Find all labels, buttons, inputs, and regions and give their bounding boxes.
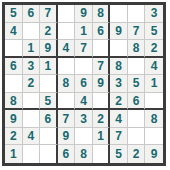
- sudoku-cell-r1c2[interactable]: 6: [23, 5, 41, 23]
- sudoku-cell-r1c1[interactable]: 5: [5, 5, 23, 23]
- sudoku-cell-r2c6[interactable]: 6: [93, 23, 111, 41]
- sudoku-cell-r4c1[interactable]: 6: [5, 58, 23, 76]
- sudoku-cell-r3c2[interactable]: 1: [23, 40, 41, 58]
- sudoku-cell-r7c5[interactable]: 3: [75, 110, 93, 128]
- sudoku-cell-r1c4[interactable]: [58, 5, 76, 23]
- sudoku-cell-r4c3[interactable]: 1: [40, 58, 58, 76]
- sudoku-page: 5679834216975194782631784286935185426967…: [0, 0, 170, 170]
- sudoku-cell-r3c7[interactable]: [110, 40, 128, 58]
- sudoku-cell-r4c8[interactable]: [128, 58, 146, 76]
- sudoku-cell-r9c8[interactable]: 2: [128, 145, 146, 163]
- sudoku-cell-r7c9[interactable]: 8: [145, 110, 163, 128]
- sudoku-cell-r9c2[interactable]: [23, 145, 41, 163]
- sudoku-cell-r2c7[interactable]: 9: [110, 23, 128, 41]
- sudoku-cell-r7c6[interactable]: 2: [93, 110, 111, 128]
- sudoku-cell-r5c2[interactable]: 2: [23, 75, 41, 93]
- sudoku-cell-r1c3[interactable]: 7: [40, 5, 58, 23]
- sudoku-cell-r7c2[interactable]: [23, 110, 41, 128]
- sudoku-cell-r8c4[interactable]: 9: [58, 128, 76, 146]
- sudoku-cell-r9c1[interactable]: 1: [5, 145, 23, 163]
- sudoku-cell-r2c9[interactable]: 5: [145, 23, 163, 41]
- sudoku-cell-r1c5[interactable]: 9: [75, 5, 93, 23]
- sudoku-cell-r2c5[interactable]: 1: [75, 23, 93, 41]
- sudoku-cell-r6c1[interactable]: 8: [5, 93, 23, 111]
- sudoku-cell-r4c7[interactable]: 8: [110, 58, 128, 76]
- sudoku-cell-r6c4[interactable]: [58, 93, 76, 111]
- sudoku-cell-r1c9[interactable]: 3: [145, 5, 163, 23]
- sudoku-cell-r2c3[interactable]: 2: [40, 23, 58, 41]
- sudoku-cell-r8c6[interactable]: 1: [93, 128, 111, 146]
- sudoku-cell-r7c3[interactable]: 6: [40, 110, 58, 128]
- sudoku-cell-r3c4[interactable]: 4: [58, 40, 76, 58]
- sudoku-cell-r3c3[interactable]: 9: [40, 40, 58, 58]
- sudoku-cell-r6c7[interactable]: 2: [110, 93, 128, 111]
- sudoku-cell-r1c7[interactable]: [110, 5, 128, 23]
- sudoku-cell-r5c9[interactable]: 1: [145, 75, 163, 93]
- sudoku-cell-r1c6[interactable]: 8: [93, 5, 111, 23]
- sudoku-cell-r1c8[interactable]: [128, 5, 146, 23]
- sudoku-cell-r4c5[interactable]: [75, 58, 93, 76]
- sudoku-cell-r8c8[interactable]: [128, 128, 146, 146]
- sudoku-cell-r5c8[interactable]: 5: [128, 75, 146, 93]
- sudoku-cell-r6c8[interactable]: 6: [128, 93, 146, 111]
- sudoku-cell-r7c1[interactable]: 9: [5, 110, 23, 128]
- sudoku-cell-r9c6[interactable]: [93, 145, 111, 163]
- sudoku-cell-r4c4[interactable]: [58, 58, 76, 76]
- sudoku-cell-r5c3[interactable]: [40, 75, 58, 93]
- sudoku-cell-r2c8[interactable]: 7: [128, 23, 146, 41]
- sudoku-cell-r4c2[interactable]: 3: [23, 58, 41, 76]
- sudoku-cell-r3c6[interactable]: [93, 40, 111, 58]
- sudoku-cell-r5c6[interactable]: 9: [93, 75, 111, 93]
- sudoku-cell-r6c2[interactable]: [23, 93, 41, 111]
- sudoku-cell-r6c5[interactable]: 4: [75, 93, 93, 111]
- sudoku-cell-r7c7[interactable]: 4: [110, 110, 128, 128]
- sudoku-cell-r8c9[interactable]: [145, 128, 163, 146]
- sudoku-cell-r3c5[interactable]: 7: [75, 40, 93, 58]
- sudoku-cell-r4c9[interactable]: 4: [145, 58, 163, 76]
- sudoku-cell-r7c8[interactable]: [128, 110, 146, 128]
- sudoku-cell-r8c2[interactable]: 4: [23, 128, 41, 146]
- sudoku-cell-r5c1[interactable]: [5, 75, 23, 93]
- sudoku-cell-r8c3[interactable]: [40, 128, 58, 146]
- sudoku-cell-r2c2[interactable]: [23, 23, 41, 41]
- sudoku-board: 5679834216975194782631784286935185426967…: [2, 2, 166, 166]
- sudoku-cell-r9c7[interactable]: 5: [110, 145, 128, 163]
- sudoku-cell-r3c1[interactable]: [5, 40, 23, 58]
- sudoku-cell-r9c3[interactable]: [40, 145, 58, 163]
- sudoku-cell-r2c4[interactable]: [58, 23, 76, 41]
- sudoku-cell-r4c6[interactable]: 7: [93, 58, 111, 76]
- sudoku-cell-r9c4[interactable]: 6: [58, 145, 76, 163]
- sudoku-cell-r8c5[interactable]: [75, 128, 93, 146]
- sudoku-cell-r5c7[interactable]: 3: [110, 75, 128, 93]
- sudoku-cell-r3c9[interactable]: 2: [145, 40, 163, 58]
- sudoku-cell-r9c9[interactable]: 9: [145, 145, 163, 163]
- sudoku-cell-r5c4[interactable]: 8: [58, 75, 76, 93]
- sudoku-cell-r6c6[interactable]: [93, 93, 111, 111]
- sudoku-cell-r2c1[interactable]: 4: [5, 23, 23, 41]
- sudoku-cell-r7c4[interactable]: 7: [58, 110, 76, 128]
- sudoku-cell-r8c1[interactable]: 2: [5, 128, 23, 146]
- sudoku-cell-r3c8[interactable]: 8: [128, 40, 146, 58]
- sudoku-cell-r9c5[interactable]: 8: [75, 145, 93, 163]
- sudoku-cell-r5c5[interactable]: 6: [75, 75, 93, 93]
- sudoku-cell-r8c7[interactable]: 7: [110, 128, 128, 146]
- sudoku-cell-r6c9[interactable]: [145, 93, 163, 111]
- sudoku-cell-r6c3[interactable]: 5: [40, 93, 58, 111]
